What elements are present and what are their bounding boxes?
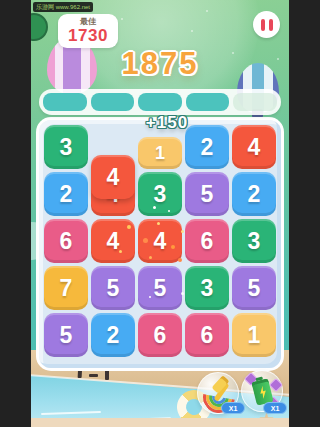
progress-segment (233, 93, 277, 111)
corner-coin-icon (31, 13, 48, 41)
watermark: 乐游网 www.962.net (33, 2, 93, 12)
pause-icon (269, 19, 273, 31)
tile-r2c1[interactable]: 2 (44, 172, 88, 216)
tile-r1c1[interactable]: 3 (44, 125, 88, 169)
tile-r4c5[interactable]: 5 (232, 266, 276, 310)
best-score-value: 1730 (58, 26, 118, 45)
powerup-count-badge: X1 (263, 402, 287, 414)
tile-r5c2[interactable]: 2 (91, 313, 135, 357)
tile-r2c5[interactable]: 2 (232, 172, 276, 216)
pause-button[interactable] (253, 11, 280, 38)
sparkle-particle (149, 256, 152, 259)
sparkle-particle (143, 238, 148, 243)
best-score-badge: 最佳 1730 (58, 14, 118, 48)
sparkle-particle (119, 250, 122, 253)
wave-line (41, 411, 101, 415)
sparkle-particle (171, 245, 175, 249)
sparkle-particle (181, 230, 184, 233)
tile-r5c1[interactable]: 5 (44, 313, 88, 357)
tile-r1c3[interactable]: 1 (138, 137, 182, 169)
progress-segment (43, 93, 87, 111)
sparkle-particle (127, 225, 131, 229)
tile-r5c4[interactable]: 6 (185, 313, 229, 357)
sparkle-particle (181, 292, 184, 295)
tile-r2c4[interactable]: 5 (185, 172, 229, 216)
falling-tile[interactable]: 4 (91, 155, 135, 199)
tile-r3c5[interactable]: 3 (232, 219, 276, 263)
floating-score: +150 (127, 113, 207, 133)
tile-r3c4[interactable]: 6 (185, 219, 229, 263)
tile-r4c1[interactable]: 7 (44, 266, 88, 310)
progress-segment (186, 93, 230, 111)
tile-r4c3[interactable]: 5 (138, 266, 182, 310)
tile-r4c4[interactable]: 3 (185, 266, 229, 310)
progress-segment (91, 93, 135, 111)
sparkle-particle (168, 210, 170, 212)
tile-r4c2[interactable]: 5 (91, 266, 135, 310)
bg-star (121, 18, 123, 20)
progress-segment (138, 93, 182, 111)
board-grid: 312424352644637553552661 (44, 125, 276, 357)
sand-bottom (31, 418, 289, 427)
tile-r1c5[interactable]: 4 (232, 125, 276, 169)
sparkle-particle (178, 258, 182, 262)
best-score-label: 最佳 (58, 17, 118, 26)
pause-icon (261, 19, 265, 31)
pier-plank (89, 374, 98, 377)
tile-r5c3[interactable]: 6 (138, 313, 182, 357)
lightning-bolt-icon (258, 385, 269, 400)
powerup-count-badge: X1 (221, 402, 245, 414)
sparkle-particle (149, 296, 151, 298)
bg-star (206, 10, 208, 12)
sparkle-particle (153, 206, 156, 209)
game-board: 312424352644637553552661 4 (39, 120, 281, 368)
sparkle-particle (157, 222, 160, 225)
tile-r2c3[interactable]: 3 (138, 172, 182, 216)
progress-bar (39, 89, 281, 115)
tile-r3c1[interactable]: 6 (44, 219, 88, 263)
bg-star (191, 30, 193, 32)
game-screen: 乐游网 www.962.net 最佳 1730 1875 31242435264… (31, 0, 289, 427)
tile-r5c5[interactable]: 1 (232, 313, 276, 357)
current-score: 1875 (31, 46, 289, 82)
